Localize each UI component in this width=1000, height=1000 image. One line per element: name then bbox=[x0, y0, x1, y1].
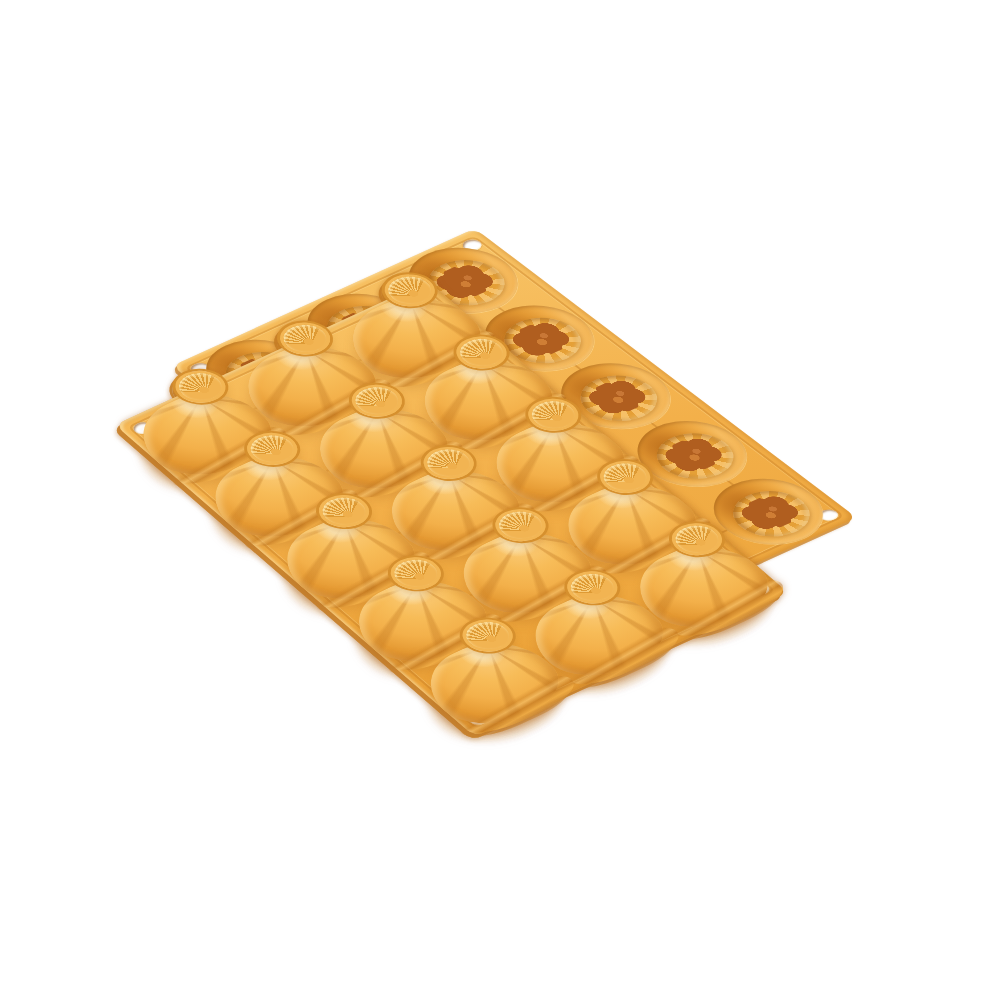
bundt-dome-cavity bbox=[382, 331, 577, 456]
flower-cavity bbox=[327, 306, 400, 349]
flower-cavity bbox=[632, 537, 705, 580]
connector-ridge bbox=[253, 388, 506, 505]
bundt-dome-cavity bbox=[206, 317, 401, 442]
scalloped-ring bbox=[286, 400, 394, 464]
back-mold-rim-ridge bbox=[184, 235, 845, 648]
leaf-medallion bbox=[309, 489, 379, 534]
back-mold bbox=[0, 0, 1000, 1000]
scalloped-ring bbox=[717, 482, 825, 546]
corner-hole-bottom bbox=[466, 711, 492, 727]
bundt-dome-cavity bbox=[317, 552, 512, 677]
leaf-medallion bbox=[381, 551, 451, 596]
corner-hole-left bbox=[187, 361, 213, 376]
round-cavity-opening bbox=[337, 442, 490, 533]
connector-ridge bbox=[397, 513, 650, 630]
round-cavity-opening bbox=[386, 235, 539, 326]
connector-ridge bbox=[325, 450, 578, 567]
scalloped-ring bbox=[515, 574, 623, 638]
connector-ridge bbox=[181, 326, 434, 443]
bundt-dome-cavity bbox=[173, 427, 368, 552]
scalloped-ring bbox=[488, 308, 596, 372]
leaf-medallion bbox=[452, 613, 522, 658]
connector-ridge bbox=[192, 423, 502, 691]
bundt-dome-cavity bbox=[493, 566, 688, 691]
corner-hole-bottom bbox=[544, 631, 570, 646]
scalloped-ring bbox=[362, 458, 470, 522]
scalloped-ring bbox=[412, 251, 520, 315]
flower-cavity bbox=[455, 525, 528, 568]
scalloped-ring bbox=[438, 516, 546, 580]
connector-ridge bbox=[296, 375, 606, 643]
round-cavity-opening bbox=[184, 327, 337, 418]
connector-ridge bbox=[469, 575, 722, 692]
round-cavity-opening bbox=[692, 466, 845, 557]
scalloped-ring bbox=[311, 297, 419, 361]
bundt-dome-cavity bbox=[454, 393, 649, 518]
leaf-medallion bbox=[375, 268, 445, 313]
leaf-medallion bbox=[237, 427, 307, 472]
flower-cavity bbox=[378, 468, 451, 511]
leaf-medallion bbox=[414, 441, 484, 486]
scalloped-ring bbox=[463, 412, 571, 476]
leaf-medallion bbox=[662, 517, 732, 562]
round-cavity-opening bbox=[260, 385, 413, 476]
flower-cavity bbox=[531, 583, 604, 626]
flower-cavity bbox=[480, 422, 553, 465]
scalloped-ring bbox=[387, 354, 495, 418]
scalloped-ring bbox=[540, 470, 648, 534]
front-mold bbox=[0, 0, 1000, 1000]
round-cavity-opening bbox=[463, 293, 616, 384]
round-cavity-opening bbox=[438, 396, 591, 487]
connector-ridge bbox=[392, 386, 636, 498]
connector-ridge bbox=[350, 317, 679, 566]
leaf-medallion bbox=[165, 364, 235, 409]
flower-cavity bbox=[733, 491, 806, 534]
leaf-medallion bbox=[518, 392, 588, 437]
flower-cavity bbox=[657, 433, 730, 476]
flower-cavity bbox=[556, 479, 629, 522]
flower-cavity bbox=[504, 318, 577, 361]
scalloped-ring bbox=[210, 343, 318, 407]
round-cavity-opening bbox=[539, 350, 692, 441]
bundt-dome-cavity bbox=[245, 489, 440, 614]
round-cavity-opening bbox=[514, 454, 667, 545]
bundt-dome-cavity bbox=[350, 441, 545, 566]
bundt-dome-cavity bbox=[526, 455, 721, 580]
scalloped-ring bbox=[616, 528, 724, 592]
leaf-medallion bbox=[342, 378, 412, 423]
corner-hole-top bbox=[459, 237, 485, 252]
bundt-dome-cavity bbox=[598, 517, 793, 642]
connector-ridge bbox=[469, 444, 713, 556]
leaf-medallion bbox=[590, 455, 660, 500]
front-mold-sheet bbox=[115, 281, 788, 737]
flower-cavity bbox=[428, 260, 501, 303]
back-mold-sheet bbox=[172, 228, 857, 655]
round-cavity-opening bbox=[285, 281, 438, 372]
flower-cavity bbox=[403, 364, 476, 407]
connector-ridge bbox=[401, 327, 711, 595]
round-cavity-opening bbox=[590, 512, 743, 603]
bundt-dome-cavity bbox=[421, 503, 616, 628]
scalloped-ring bbox=[641, 424, 749, 488]
connector-ridge bbox=[249, 363, 578, 612]
scalloped-ring bbox=[564, 366, 672, 430]
product-photo-scene bbox=[0, 0, 1000, 1000]
connector-ridge bbox=[240, 271, 484, 383]
round-cavity-opening bbox=[413, 500, 566, 591]
leaf-medallion bbox=[557, 565, 627, 610]
connector-ridge bbox=[316, 328, 560, 440]
bundt-dome-cavity bbox=[389, 614, 584, 739]
leaf-medallion bbox=[270, 316, 340, 361]
flower-cavity bbox=[302, 410, 375, 453]
bundt-dome-cavity bbox=[311, 268, 506, 393]
flower-cavity bbox=[226, 352, 299, 395]
corner-hole-left bbox=[130, 420, 156, 436]
flower-cavity bbox=[581, 376, 654, 419]
corner-hole-top bbox=[411, 291, 437, 307]
round-cavity-opening bbox=[615, 408, 768, 499]
leaf-medallion bbox=[446, 330, 516, 375]
connector-ridge bbox=[545, 502, 789, 614]
corner-hole-right bbox=[747, 581, 773, 597]
round-cavity-opening bbox=[489, 558, 642, 649]
round-cavity-opening bbox=[361, 339, 514, 430]
bundt-dome-cavity bbox=[101, 365, 296, 490]
front-mold-rim-ridge bbox=[127, 288, 777, 729]
connector-ridge bbox=[451, 271, 780, 520]
corner-hole-right bbox=[816, 507, 842, 522]
bundt-dome-cavity bbox=[278, 379, 473, 504]
leaf-medallion bbox=[485, 503, 555, 548]
